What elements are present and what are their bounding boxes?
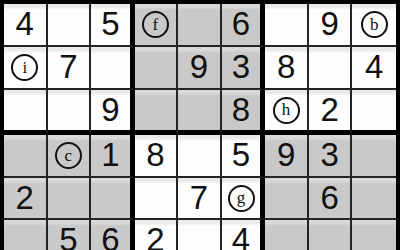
cell-r6c4[interactable]: 2 — [135, 220, 179, 250]
cell-r5c5[interactable]: 7 — [178, 178, 222, 220]
cell-r1c6[interactable]: 6 — [222, 4, 266, 47]
cell-r1c7[interactable] — [265, 4, 309, 47]
circled-letter-g: g — [228, 185, 255, 212]
cell-r6c9[interactable] — [352, 220, 396, 250]
cell-r6c5[interactable] — [178, 220, 222, 250]
given-digit: 6 — [101, 223, 119, 250]
cell-r3c1[interactable] — [4, 90, 48, 135]
cell-r5c6[interactable]: g — [222, 178, 266, 220]
cell-r1c4[interactable]: f — [135, 4, 179, 47]
circled-letter-i: i — [11, 54, 38, 81]
cell-r3c7[interactable]: h — [265, 90, 309, 135]
given-digit: 8 — [146, 138, 164, 173]
cell-r1c5[interactable] — [178, 4, 222, 47]
cell-r6c6[interactable]: 4 — [222, 220, 266, 250]
sudoku-screenshot: 45f69bi7938498h2c1859327g65624 — [0, 0, 400, 250]
cell-r1c3[interactable]: 5 — [91, 4, 135, 47]
cell-r5c4[interactable] — [135, 178, 179, 220]
given-digit: 2 — [16, 181, 34, 216]
cell-r2c8[interactable] — [309, 47, 353, 90]
cell-r2c4[interactable] — [135, 47, 179, 90]
circled-letter-f: f — [142, 11, 169, 38]
given-digit: 5 — [59, 223, 77, 250]
given-digit: 9 — [320, 7, 338, 42]
cell-r6c1[interactable] — [4, 220, 48, 250]
cell-r5c3[interactable] — [91, 178, 135, 220]
given-digit: 6 — [232, 7, 250, 42]
cell-r3c9[interactable] — [352, 90, 396, 135]
cell-r2c1[interactable]: i — [4, 47, 48, 90]
cell-r4c6[interactable]: 5 — [222, 135, 266, 178]
given-digit: 2 — [146, 223, 164, 250]
cell-r4c5[interactable] — [178, 135, 222, 178]
cell-r4c8[interactable]: 3 — [309, 135, 353, 178]
cell-r5c7[interactable] — [265, 178, 309, 220]
cell-r3c5[interactable] — [178, 90, 222, 135]
sudoku-board: 45f69bi7938498h2c1859327g65624 — [0, 0, 400, 250]
cell-r4c9[interactable] — [352, 135, 396, 178]
given-digit: 3 — [232, 50, 250, 85]
cell-r1c9[interactable]: b — [352, 4, 396, 47]
cell-r2c7[interactable]: 8 — [265, 47, 309, 90]
given-digit: 5 — [101, 7, 119, 42]
cell-r6c8[interactable] — [309, 220, 353, 250]
cell-r2c2[interactable]: 7 — [48, 47, 92, 90]
cell-r4c3[interactable]: 1 — [91, 135, 135, 178]
cell-r5c1[interactable]: 2 — [4, 178, 48, 220]
circled-letter-b: b — [361, 11, 388, 38]
given-digit: 7 — [190, 181, 208, 216]
cell-r3c4[interactable] — [135, 90, 179, 135]
given-digit: 4 — [16, 7, 34, 42]
cell-r5c2[interactable] — [48, 178, 92, 220]
cell-r4c1[interactable] — [4, 135, 48, 178]
cell-r5c8[interactable]: 6 — [309, 178, 353, 220]
given-digit: 9 — [101, 93, 119, 128]
cell-r6c7[interactable] — [265, 220, 309, 250]
given-digit: 8 — [277, 50, 295, 85]
cell-r3c8[interactable]: 2 — [309, 90, 353, 135]
given-digit: 4 — [232, 223, 250, 250]
cell-r1c8[interactable]: 9 — [309, 4, 353, 47]
cell-r4c7[interactable]: 9 — [265, 135, 309, 178]
circled-letter-c: c — [55, 142, 82, 169]
given-digit: 8 — [232, 93, 250, 128]
given-digit: 3 — [320, 138, 338, 173]
cell-r4c2[interactable]: c — [48, 135, 92, 178]
given-digit: 1 — [101, 138, 119, 173]
cell-r6c3[interactable]: 6 — [91, 220, 135, 250]
cell-r3c2[interactable] — [48, 90, 92, 135]
given-digit: 5 — [232, 138, 250, 173]
given-digit: 4 — [365, 50, 383, 85]
cell-r5c9[interactable] — [352, 178, 396, 220]
given-digit: 7 — [59, 50, 77, 85]
cell-r2c6[interactable]: 3 — [222, 47, 266, 90]
cell-r2c3[interactable] — [91, 47, 135, 90]
cell-r3c6[interactable]: 8 — [222, 90, 266, 135]
given-digit: 9 — [190, 50, 208, 85]
cell-r4c4[interactable]: 8 — [135, 135, 179, 178]
cell-r3c3[interactable]: 9 — [91, 90, 135, 135]
given-digit: 6 — [320, 181, 338, 216]
circled-letter-h: h — [273, 97, 300, 124]
given-digit: 9 — [277, 138, 295, 173]
cell-r1c1[interactable]: 4 — [4, 4, 48, 47]
cell-r2c5[interactable]: 9 — [178, 47, 222, 90]
cell-r2c9[interactable]: 4 — [352, 47, 396, 90]
given-digit: 2 — [320, 93, 338, 128]
cell-r1c2[interactable] — [48, 4, 92, 47]
cell-r6c2[interactable]: 5 — [48, 220, 92, 250]
